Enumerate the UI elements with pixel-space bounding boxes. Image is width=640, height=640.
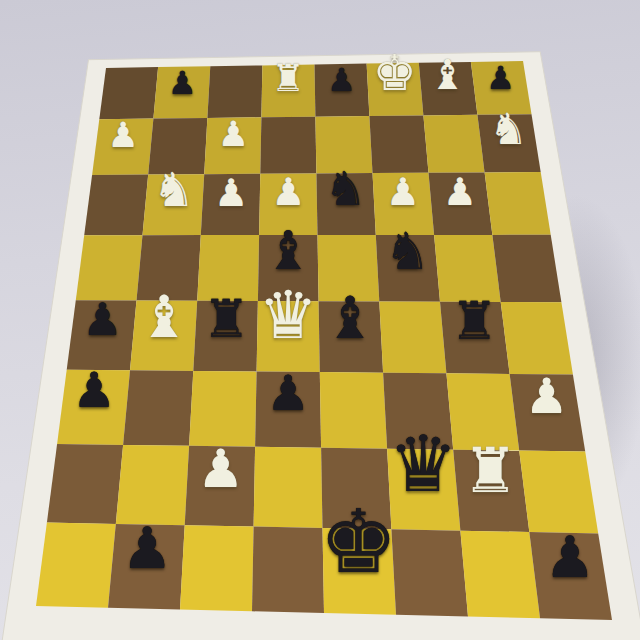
square-a7 (92, 119, 153, 175)
square-g5 (434, 235, 501, 302)
square-f3 (383, 373, 453, 450)
square-d7 (260, 117, 316, 174)
square-c7 (204, 117, 261, 174)
square-c1 (180, 525, 254, 611)
square-c5 (197, 235, 259, 301)
square-a6 (84, 175, 148, 236)
square-e6 (316, 173, 375, 235)
square-f1 (391, 529, 468, 616)
square-a2 (47, 444, 123, 524)
square-f4 (379, 302, 446, 374)
square-e2 (321, 448, 391, 530)
square-g6 (429, 172, 493, 235)
square-f2 (387, 449, 460, 531)
square-g8 (419, 62, 478, 116)
square-g3 (446, 373, 519, 450)
square-h2 (519, 451, 598, 534)
square-d5 (258, 235, 319, 301)
square-h7 (477, 114, 540, 172)
square-c6 (201, 174, 260, 235)
square-d4 (257, 301, 320, 372)
square-b3 (123, 370, 193, 446)
square-d8 (261, 65, 315, 118)
square-f7 (369, 115, 428, 173)
square-f6 (373, 173, 435, 235)
square-c3 (189, 371, 257, 447)
square-h4 (501, 302, 573, 375)
square-a4 (67, 300, 137, 370)
square-a5 (76, 235, 143, 300)
square-h8 (471, 61, 532, 115)
square-a3 (57, 370, 130, 445)
square-f8 (367, 63, 424, 116)
square-g2 (453, 450, 529, 532)
square-b4 (130, 301, 197, 371)
square-h6 (485, 172, 551, 235)
square-d6 (259, 174, 317, 236)
square-b8 (153, 66, 210, 118)
square-b7 (148, 118, 207, 175)
square-e8 (315, 64, 370, 117)
square-f5 (376, 235, 440, 302)
square-b2 (116, 445, 189, 525)
square-c4 (193, 301, 258, 372)
square-a8 (99, 67, 158, 119)
square-g7 (423, 115, 484, 173)
square-c2 (185, 446, 255, 527)
square-e4 (319, 301, 384, 373)
square-e1 (323, 528, 397, 615)
square-h1 (529, 532, 612, 620)
square-h3 (510, 374, 586, 452)
photo-background: ♟♜♟♚♝♟♟♟♞♞♟♟♞♟♟♝♞♟♝♜♛♝♜♟♟♟♟♛♜♟♚♟ (0, 0, 640, 640)
square-d2 (254, 447, 323, 528)
square-b6 (143, 174, 205, 235)
square-e7 (315, 116, 372, 174)
chess-board (0, 0, 640, 640)
square-b1 (108, 524, 185, 610)
square-g1 (460, 531, 540, 619)
square-e5 (318, 235, 380, 302)
square-g4 (440, 302, 510, 374)
square-d1 (252, 527, 324, 613)
square-b5 (137, 235, 201, 301)
square-e3 (320, 372, 387, 449)
square-h5 (492, 235, 561, 302)
square-d3 (255, 372, 321, 448)
square-a1 (36, 523, 116, 608)
square-c8 (207, 65, 262, 118)
